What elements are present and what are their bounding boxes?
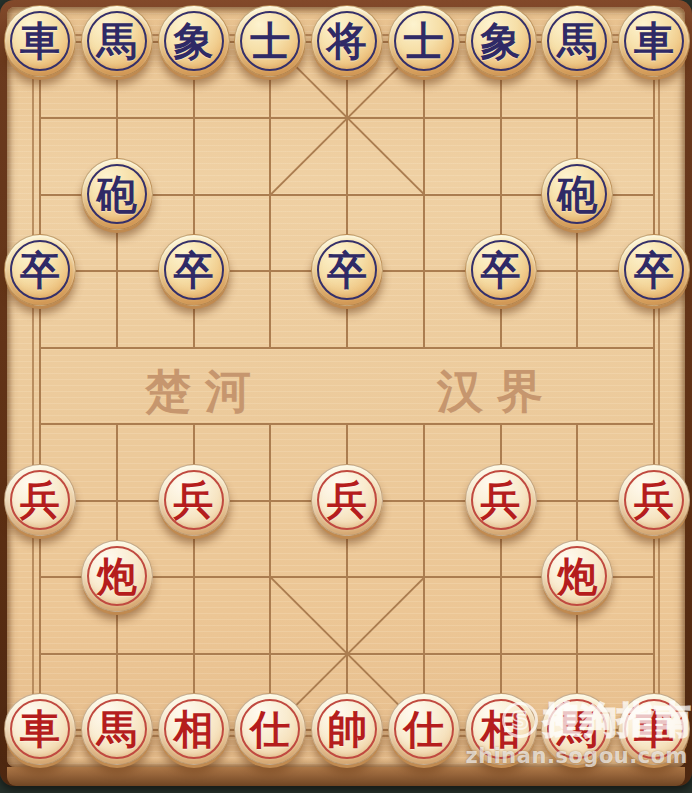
piece-glyph: 炮 [557, 556, 597, 596]
piece-red-general[interactable]: 帥 [311, 693, 383, 765]
piece-black-soldier[interactable]: 卒 [618, 234, 690, 306]
piece-black-elephant[interactable]: 象 [158, 5, 230, 77]
piece-black-general[interactable]: 将 [311, 5, 383, 77]
piece-glyph: 兵 [634, 480, 674, 520]
piece-glyph: 車 [634, 21, 674, 61]
piece-glyph: 馬 [97, 21, 137, 61]
piece-glyph: 馬 [557, 21, 597, 61]
piece-black-horse[interactable]: 馬 [541, 5, 613, 77]
piece-red-horse[interactable]: 馬 [541, 693, 613, 765]
piece-black-cannon[interactable]: 砲 [81, 158, 153, 230]
piece-black-elephant[interactable]: 象 [465, 5, 537, 77]
piece-black-soldier[interactable]: 卒 [4, 234, 76, 306]
piece-glyph: 車 [634, 709, 674, 749]
piece-black-chariot[interactable]: 車 [4, 5, 76, 77]
river-label-right: 汉界 [437, 368, 557, 414]
board-front-edge [7, 767, 685, 786]
piece-glyph: 仕 [250, 709, 290, 749]
piece-black-advisor[interactable]: 士 [388, 5, 460, 77]
piece-glyph: 砲 [97, 174, 137, 214]
piece-red-advisor[interactable]: 仕 [234, 693, 306, 765]
piece-glyph: 砲 [557, 174, 597, 214]
piece-glyph: 仕 [404, 709, 444, 749]
xiangqi-app: 楚河 汉界 車馬象士将士象馬車砲砲卒卒卒卒卒兵兵兵兵兵炮炮車馬相仕帥仕相馬車 S… [0, 0, 692, 793]
piece-glyph: 卒 [481, 250, 521, 290]
piece-glyph: 兵 [481, 480, 521, 520]
piece-glyph: 象 [174, 21, 214, 61]
piece-glyph: 車 [20, 21, 60, 61]
piece-glyph: 士 [250, 21, 290, 61]
board-surface: 楚河 汉界 車馬象士将士象馬車砲砲卒卒卒卒卒兵兵兵兵兵炮炮車馬相仕帥仕相馬車 [7, 7, 685, 767]
piece-glyph: 卒 [634, 250, 674, 290]
piece-red-soldier[interactable]: 兵 [465, 464, 537, 536]
piece-red-chariot[interactable]: 車 [618, 693, 690, 765]
piece-glyph: 象 [481, 21, 521, 61]
piece-red-soldier[interactable]: 兵 [4, 464, 76, 536]
piece-glyph: 相 [174, 709, 214, 749]
piece-red-elephant[interactable]: 相 [158, 693, 230, 765]
piece-glyph: 帥 [327, 709, 367, 749]
grid-line [653, 42, 655, 730]
piece-black-soldier[interactable]: 卒 [158, 234, 230, 306]
piece-glyph: 卒 [20, 250, 60, 290]
piece-glyph: 兵 [174, 480, 214, 520]
grid-line [39, 42, 41, 730]
piece-glyph: 炮 [97, 556, 137, 596]
piece-red-soldier[interactable]: 兵 [311, 464, 383, 536]
piece-glyph: 卒 [327, 250, 367, 290]
piece-red-cannon[interactable]: 炮 [81, 540, 153, 612]
piece-black-chariot[interactable]: 車 [618, 5, 690, 77]
piece-glyph: 馬 [557, 709, 597, 749]
piece-glyph: 相 [481, 709, 521, 749]
piece-glyph: 兵 [327, 480, 367, 520]
piece-red-soldier[interactable]: 兵 [158, 464, 230, 536]
piece-glyph: 将 [327, 21, 367, 61]
piece-red-elephant[interactable]: 相 [465, 693, 537, 765]
piece-red-advisor[interactable]: 仕 [388, 693, 460, 765]
piece-glyph: 車 [20, 709, 60, 749]
piece-red-cannon[interactable]: 炮 [541, 540, 613, 612]
piece-black-horse[interactable]: 馬 [81, 5, 153, 77]
piece-glyph: 卒 [174, 250, 214, 290]
piece-red-horse[interactable]: 馬 [81, 693, 153, 765]
piece-black-soldier[interactable]: 卒 [465, 234, 537, 306]
piece-glyph: 兵 [20, 480, 60, 520]
piece-black-cannon[interactable]: 砲 [541, 158, 613, 230]
piece-black-soldier[interactable]: 卒 [311, 234, 383, 306]
piece-red-chariot[interactable]: 車 [4, 693, 76, 765]
piece-glyph: 士 [404, 21, 444, 61]
piece-red-soldier[interactable]: 兵 [618, 464, 690, 536]
piece-black-advisor[interactable]: 士 [234, 5, 306, 77]
river-label-left: 楚河 [145, 368, 265, 414]
piece-glyph: 馬 [97, 709, 137, 749]
